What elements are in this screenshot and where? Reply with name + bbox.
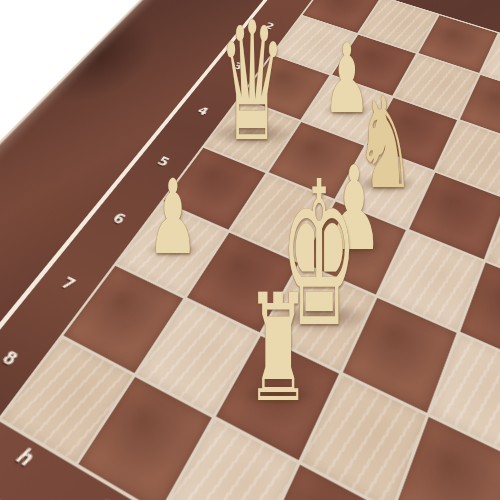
white-pawn-h6[interactable]: ♟ <box>148 166 199 269</box>
pieces-layer: ♛♟♞♟♚♟♜ <box>0 0 500 500</box>
white-queen-h4[interactable]: ♛ <box>219 1 285 165</box>
white-rook-f7[interactable]: ♜ <box>246 275 310 423</box>
chess-board-photo: 12345678 hgfedcba ♛♟♞♟♚♟♜ <box>0 0 500 500</box>
